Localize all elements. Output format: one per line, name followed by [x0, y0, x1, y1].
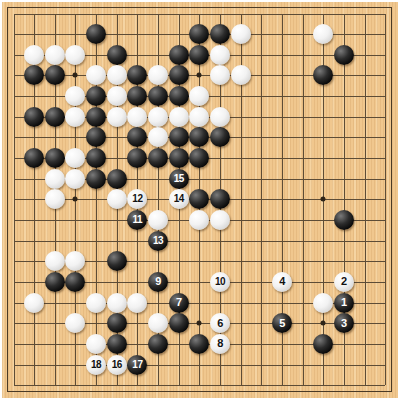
- grid-line-horizontal: [14, 241, 386, 242]
- grid-line-vertical: [261, 14, 262, 386]
- white-stone-c12r2: [231, 24, 251, 44]
- black-stone-c11r2: [210, 24, 230, 44]
- white-stone-c4r13: [65, 251, 85, 271]
- white-stone-c7r6: [127, 107, 147, 127]
- white-stone-c10r6: [189, 107, 209, 127]
- white-stone-c3r10: [45, 189, 65, 209]
- star-point: [321, 197, 326, 202]
- star-point: [73, 197, 78, 202]
- white-stone-c9r10: 14: [169, 189, 189, 209]
- black-stone-c7r4: [127, 65, 147, 85]
- black-stone-c2r6: [24, 107, 44, 127]
- black-stone-c11r7: [210, 127, 230, 147]
- star-point: [321, 321, 326, 326]
- white-stone-c4r3: [65, 45, 85, 65]
- white-stone-c11r14: 10: [210, 272, 230, 292]
- star-point: [73, 73, 78, 78]
- black-stone-c10r3: [189, 45, 209, 65]
- grid-line-vertical: [365, 14, 366, 386]
- black-stone-c4r14: [65, 272, 85, 292]
- move-number-label: 7: [176, 297, 182, 308]
- black-stone-c3r8: [45, 148, 65, 168]
- black-stone-c7r11: 11: [127, 210, 147, 230]
- black-stone-c2r8: [24, 148, 44, 168]
- black-stone-c9r16: [169, 313, 189, 333]
- black-stone-c9r15: 7: [169, 293, 189, 313]
- white-stone-c8r7: [148, 127, 168, 147]
- white-stone-c6r15: [107, 293, 127, 313]
- black-stone-c5r5: [86, 86, 106, 106]
- move-number-label: 18: [91, 360, 101, 370]
- black-stone-c9r8: [169, 148, 189, 168]
- white-stone-c4r9: [65, 169, 85, 189]
- black-stone-c7r5: [127, 86, 147, 106]
- grid-line-horizontal: [14, 385, 386, 386]
- black-stone-c14r16: 5: [272, 313, 292, 333]
- black-stone-c7r7: [127, 127, 147, 147]
- move-number-label: 8: [217, 338, 223, 349]
- black-stone-c5r7: [86, 127, 106, 147]
- move-number-label: 5: [279, 318, 285, 329]
- star-point: [197, 321, 202, 326]
- white-stone-c17r14: 2: [334, 272, 354, 292]
- black-stone-c8r12: 13: [148, 231, 168, 251]
- black-stone-c8r8: [148, 148, 168, 168]
- black-stone-c6r13: [107, 251, 127, 271]
- white-stone-c11r3: [210, 45, 230, 65]
- white-stone-c6r4: [107, 65, 127, 85]
- white-stone-c4r5: [65, 86, 85, 106]
- black-stone-c6r9: [107, 169, 127, 189]
- move-number-label: 6: [217, 318, 223, 329]
- white-stone-c4r6: [65, 107, 85, 127]
- white-stone-c3r13: [45, 251, 65, 271]
- black-stone-c9r7: [169, 127, 189, 147]
- white-stone-c11r17: 8: [210, 334, 230, 354]
- move-number-label: 4: [279, 276, 285, 287]
- white-stone-c11r16: 6: [210, 313, 230, 333]
- white-stone-c16r15: [313, 293, 333, 313]
- white-stone-c6r5: [107, 86, 127, 106]
- black-stone-c8r5: [148, 86, 168, 106]
- black-stone-c10r8: [189, 148, 209, 168]
- white-stone-c11r6: [210, 107, 230, 127]
- black-stone-c9r4: [169, 65, 189, 85]
- white-stone-c6r10: [107, 189, 127, 209]
- black-stone-c8r17: [148, 334, 168, 354]
- move-number-label: 9: [155, 276, 161, 287]
- white-stone-c11r11: [210, 210, 230, 230]
- black-stone-c16r17: [313, 334, 333, 354]
- white-stone-c5r15: [86, 293, 106, 313]
- white-stone-c2r3: [24, 45, 44, 65]
- go-board[interactable]: 151214111391042716538181617: [2, 2, 398, 398]
- grid-line-horizontal: [14, 365, 386, 366]
- black-stone-c2r4: [24, 65, 44, 85]
- white-stone-c6r18: 16: [107, 355, 127, 375]
- white-stone-c8r11: [148, 210, 168, 230]
- black-stone-c17r11: [334, 210, 354, 230]
- black-stone-c3r6: [45, 107, 65, 127]
- white-stone-c12r4: [231, 65, 251, 85]
- white-stone-c5r17: [86, 334, 106, 354]
- white-stone-c3r9: [45, 169, 65, 189]
- black-stone-c9r3: [169, 45, 189, 65]
- black-stone-c11r10: [210, 189, 230, 209]
- black-stone-c6r17: [107, 334, 127, 354]
- white-stone-c7r15: [127, 293, 147, 313]
- black-stone-c7r8: [127, 148, 147, 168]
- white-stone-c4r8: [65, 148, 85, 168]
- move-number-label: 3: [341, 318, 347, 329]
- white-stone-c9r6: [169, 107, 189, 127]
- move-number-label: 11: [133, 215, 143, 225]
- grid-line-vertical: [385, 14, 386, 386]
- go-diagram: 151214111391042716538181617: [0, 0, 400, 400]
- white-stone-c8r16: [148, 313, 168, 333]
- black-stone-c16r4: [313, 65, 333, 85]
- white-stone-c7r10: 12: [127, 189, 147, 209]
- white-stone-c2r15: [24, 293, 44, 313]
- move-number-label: 1: [341, 297, 347, 308]
- white-stone-c10r5: [189, 86, 209, 106]
- black-stone-c9r5: [169, 86, 189, 106]
- star-point: [197, 73, 202, 78]
- white-stone-c8r4: [148, 65, 168, 85]
- white-stone-c3r3: [45, 45, 65, 65]
- white-stone-c5r18: 18: [86, 355, 106, 375]
- white-stone-c5r4: [86, 65, 106, 85]
- black-stone-c8r14: 9: [148, 272, 168, 292]
- black-stone-c10r2: [189, 24, 209, 44]
- black-stone-c5r8: [86, 148, 106, 168]
- black-stone-c6r3: [107, 45, 127, 65]
- white-stone-c14r14: 4: [272, 272, 292, 292]
- black-stone-c17r15: 1: [334, 293, 354, 313]
- white-stone-c11r4: [210, 65, 230, 85]
- black-stone-c17r3: [334, 45, 354, 65]
- white-stone-c8r6: [148, 107, 168, 127]
- black-stone-c9r9: 15: [169, 169, 189, 189]
- move-number-label: 13: [153, 236, 163, 246]
- black-stone-c5r2: [86, 24, 106, 44]
- move-number-label: 10: [215, 277, 225, 287]
- black-stone-c7r18: 17: [127, 355, 147, 375]
- move-number-label: 14: [174, 194, 184, 204]
- black-stone-c10r17: [189, 334, 209, 354]
- black-stone-c10r7: [189, 127, 209, 147]
- black-stone-c3r4: [45, 65, 65, 85]
- black-stone-c5r9: [86, 169, 106, 189]
- black-stone-c17r16: 3: [334, 313, 354, 333]
- move-number-label: 12: [132, 194, 142, 204]
- white-stone-c16r2: [313, 24, 333, 44]
- black-stone-c10r10: [189, 189, 209, 209]
- white-stone-c6r6: [107, 107, 127, 127]
- move-number-label: 17: [132, 360, 142, 370]
- white-stone-c10r11: [189, 210, 209, 230]
- move-number-label: 16: [112, 360, 122, 370]
- move-number-label: 15: [174, 174, 184, 184]
- white-stone-c4r16: [65, 313, 85, 333]
- black-stone-c5r6: [86, 107, 106, 127]
- black-stone-c3r14: [45, 272, 65, 292]
- black-stone-c6r16: [107, 313, 127, 333]
- grid-line-vertical: [303, 14, 304, 386]
- move-number-label: 2: [341, 276, 347, 287]
